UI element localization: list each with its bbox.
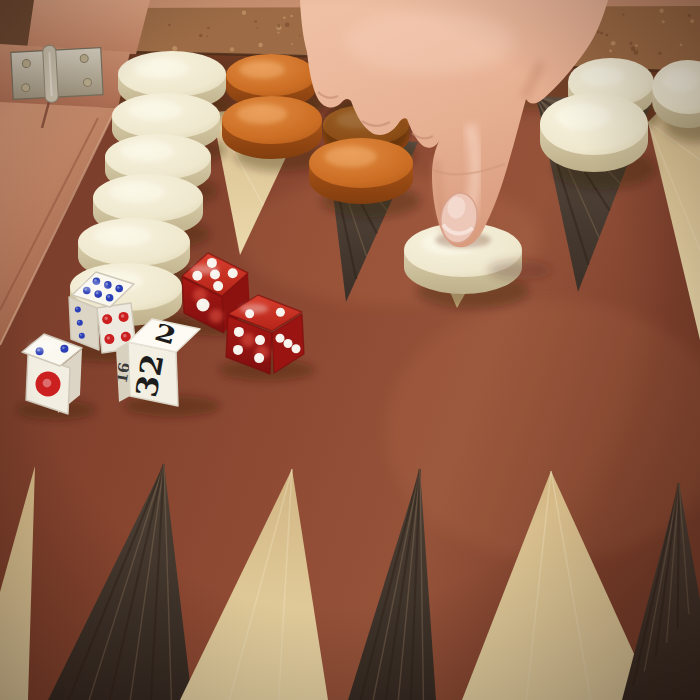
backgammon-photo-scene: 23216	[0, 0, 700, 700]
board-photo: 23216	[0, 0, 700, 700]
vignette	[0, 0, 700, 700]
